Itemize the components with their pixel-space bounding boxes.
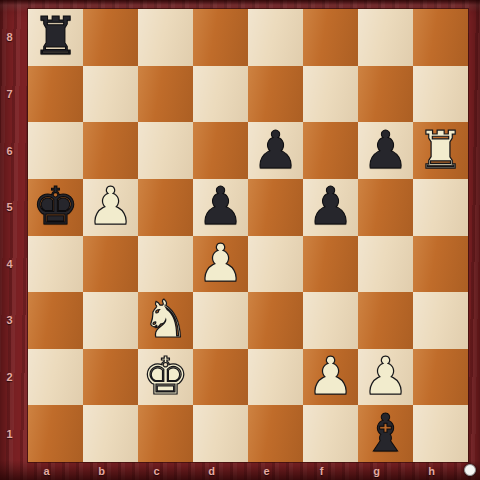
square-c8[interactable] [138,9,193,66]
piece-white-pawn-d4[interactable]: ♟ [197,237,244,289]
square-f5[interactable]: ♟ [303,179,358,236]
square-f3[interactable] [303,292,358,349]
square-h2[interactable] [413,349,468,406]
piece-white-knight-c3[interactable]: ♞ [142,293,189,345]
square-c5[interactable] [138,179,193,236]
chess-board: ♜♟♟♜♚♟♟♟♟♞♚♟♟♝ [28,9,468,462]
square-c6[interactable] [138,122,193,179]
square-a3[interactable] [28,292,83,349]
rank-label-5: 5 [0,179,19,236]
square-e4[interactable] [248,236,303,293]
square-a6[interactable] [28,122,83,179]
square-d1[interactable] [193,405,248,462]
piece-black-pawn-g6[interactable]: ♟ [362,124,409,176]
piece-black-rook-a8[interactable]: ♜ [32,10,79,62]
square-g1[interactable]: ♝ [358,405,413,462]
square-e2[interactable] [248,349,303,406]
rank-label-7: 7 [0,66,19,123]
square-g8[interactable] [358,9,413,66]
square-a7[interactable] [28,66,83,123]
piece-black-king-a5[interactable]: ♚ [32,180,79,232]
piece-black-pawn-d5[interactable]: ♟ [197,180,244,232]
rank-label-2: 2 [0,349,19,406]
square-h7[interactable] [413,66,468,123]
square-g5[interactable] [358,179,413,236]
board-frame: ♜♟♟♜♚♟♟♟♟♞♚♟♟♝ 87654321 abcdefgh [0,0,480,480]
square-g6[interactable]: ♟ [358,122,413,179]
square-g3[interactable] [358,292,413,349]
piece-white-pawn-g2[interactable]: ♟ [362,350,409,402]
square-b1[interactable] [83,405,138,462]
square-f8[interactable] [303,9,358,66]
square-c7[interactable] [138,66,193,123]
square-g7[interactable] [358,66,413,123]
square-c2[interactable]: ♚ [138,349,193,406]
file-label-e: e [239,462,294,480]
rank-label-4: 4 [0,236,19,293]
piece-white-pawn-f2[interactable]: ♟ [307,350,354,402]
file-label-d: d [184,462,239,480]
square-d5[interactable]: ♟ [193,179,248,236]
square-d4[interactable]: ♟ [193,236,248,293]
rank-label-8: 8 [0,9,19,66]
square-d6[interactable] [193,122,248,179]
square-f6[interactable] [303,122,358,179]
square-e3[interactable] [248,292,303,349]
square-b5[interactable]: ♟ [83,179,138,236]
square-c1[interactable] [138,405,193,462]
square-h8[interactable] [413,9,468,66]
piece-black-bishop-g1[interactable]: ♝ [362,407,409,459]
square-d7[interactable] [193,66,248,123]
square-a5[interactable]: ♚ [28,179,83,236]
square-b7[interactable] [83,66,138,123]
square-d2[interactable] [193,349,248,406]
piece-black-pawn-f5[interactable]: ♟ [307,180,354,232]
square-f7[interactable] [303,66,358,123]
square-h4[interactable] [413,236,468,293]
square-e1[interactable] [248,405,303,462]
square-a8[interactable]: ♜ [28,9,83,66]
file-label-b: b [74,462,129,480]
square-b8[interactable] [83,9,138,66]
side-to-move-indicator [464,464,476,476]
piece-white-rook-h6[interactable]: ♜ [417,124,464,176]
square-g4[interactable] [358,236,413,293]
square-b2[interactable] [83,349,138,406]
square-f2[interactable]: ♟ [303,349,358,406]
piece-white-king-c2[interactable]: ♚ [142,350,189,402]
file-label-a: a [19,462,74,480]
file-label-c: c [129,462,184,480]
rank-label-3: 3 [0,292,19,349]
file-label-h: h [404,462,459,480]
square-b6[interactable] [83,122,138,179]
file-coordinates: abcdefgh [28,462,468,480]
piece-white-pawn-b5[interactable]: ♟ [87,180,134,232]
square-e7[interactable] [248,66,303,123]
file-label-g: g [349,462,404,480]
square-h3[interactable] [413,292,468,349]
square-e5[interactable] [248,179,303,236]
square-h1[interactable] [413,405,468,462]
rank-coordinates: 87654321 [0,9,19,462]
square-h5[interactable] [413,179,468,236]
square-c3[interactable]: ♞ [138,292,193,349]
square-g2[interactable]: ♟ [358,349,413,406]
square-a4[interactable] [28,236,83,293]
square-f1[interactable] [303,405,358,462]
square-c4[interactable] [138,236,193,293]
square-b4[interactable] [83,236,138,293]
rank-label-1: 1 [0,405,19,462]
square-d3[interactable] [193,292,248,349]
square-h6[interactable]: ♜ [413,122,468,179]
rank-label-6: 6 [0,122,19,179]
piece-black-pawn-e6[interactable]: ♟ [252,124,299,176]
square-b3[interactable] [83,292,138,349]
file-label-f: f [294,462,349,480]
square-f4[interactable] [303,236,358,293]
square-e8[interactable] [248,9,303,66]
square-a2[interactable] [28,349,83,406]
square-a1[interactable] [28,405,83,462]
square-d8[interactable] [193,9,248,66]
square-e6[interactable]: ♟ [248,122,303,179]
